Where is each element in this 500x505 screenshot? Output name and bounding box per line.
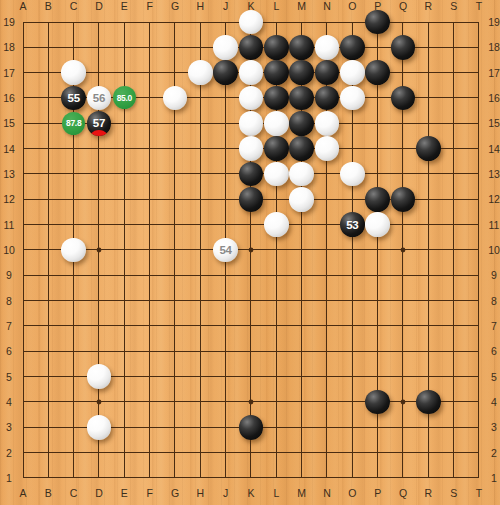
black-stone-P19 — [365, 10, 390, 35]
white-stone-K17 — [239, 60, 264, 85]
white-stone-M13 — [289, 162, 314, 187]
white-stone-K15 — [239, 111, 264, 136]
black-stone-O11: 53 — [340, 212, 365, 237]
white-stone-J10: 54 — [213, 238, 238, 263]
black-stone-M18 — [289, 35, 314, 60]
analysis-marker-C15[interactable]: 87.8 — [62, 112, 85, 135]
go-app-screenshot: { "game": "go", "board": { "size": 19, "… — [0, 0, 500, 505]
black-stone-Q18 — [391, 35, 416, 60]
black-stone-R4 — [416, 390, 441, 415]
black-stone-N17 — [315, 60, 340, 85]
black-stone-P17 — [365, 60, 390, 85]
move-number-53: 53 — [346, 219, 358, 231]
white-stone-O13 — [340, 162, 365, 187]
white-stone-O16 — [340, 86, 365, 111]
black-stone-M15 — [289, 111, 314, 136]
black-stone-R14 — [416, 136, 441, 161]
black-stone-L17 — [264, 60, 289, 85]
black-stone-Q16 — [391, 86, 416, 111]
move-number-56: 56 — [93, 92, 105, 104]
black-stone-P4 — [365, 390, 390, 415]
black-stone-Q12 — [391, 187, 416, 212]
black-stone-N16 — [315, 86, 340, 111]
move-number-54: 54 — [220, 244, 232, 256]
move-number-55: 55 — [68, 92, 80, 104]
black-stone-M14 — [289, 136, 314, 161]
white-stone-M12 — [289, 187, 314, 212]
black-stone-C16: 55 — [61, 86, 86, 111]
goban[interactable]: ABCDEFGHJKLMNOPQRST ABCDEFGHJKLMNOPQRST … — [0, 0, 500, 505]
white-stone-H17 — [188, 60, 213, 85]
white-stone-J18 — [213, 35, 238, 60]
black-stone-L14 — [264, 136, 289, 161]
black-stone-K12 — [239, 187, 264, 212]
analysis-score: 87.8 — [66, 118, 81, 128]
white-stone-L11 — [264, 212, 289, 237]
black-stone-D15: 57 — [87, 111, 112, 136]
white-stone-K16 — [239, 86, 264, 111]
white-stone-L13 — [264, 162, 289, 187]
move-number-57: 57 — [93, 117, 105, 129]
white-stone-N18 — [315, 35, 340, 60]
black-stone-O18 — [340, 35, 365, 60]
white-stone-D16: 56 — [87, 86, 112, 111]
black-stone-K18 — [239, 35, 264, 60]
white-stone-G16 — [163, 86, 188, 111]
black-stone-M16 — [289, 86, 314, 111]
black-stone-L16 — [264, 86, 289, 111]
black-stone-J17 — [213, 60, 238, 85]
analysis-score: 85.0 — [117, 93, 132, 103]
analysis-marker-E16[interactable]: 85.0 — [113, 86, 136, 109]
last-move-red-underline — [88, 130, 111, 136]
white-stone-N15 — [315, 111, 340, 136]
white-stone-N14 — [315, 136, 340, 161]
white-stone-O17 — [340, 60, 365, 85]
white-stone-C10 — [61, 238, 86, 263]
white-stone-K19 — [239, 10, 264, 35]
black-stone-K3 — [239, 415, 264, 440]
black-stone-M17 — [289, 60, 314, 85]
black-stone-P12 — [365, 187, 390, 212]
black-stone-L18 — [264, 35, 289, 60]
white-stone-K14 — [239, 136, 264, 161]
white-stone-P11 — [365, 212, 390, 237]
white-stone-L15 — [264, 111, 289, 136]
white-stone-D5 — [87, 364, 112, 389]
white-stone-D3 — [87, 415, 112, 440]
white-stone-C17 — [61, 60, 86, 85]
board-grid[interactable]: 555657535485.087.8 — [10, 9, 491, 490]
black-stone-K13 — [239, 162, 264, 187]
